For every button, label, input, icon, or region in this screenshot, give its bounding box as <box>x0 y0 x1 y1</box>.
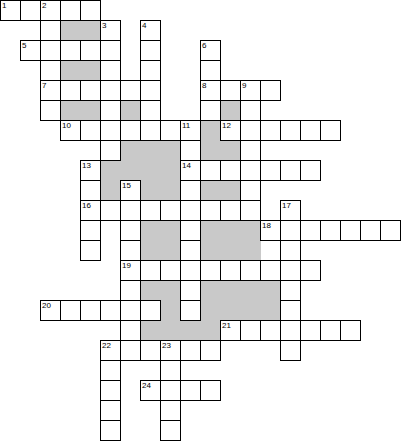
grid-cell[interactable] <box>120 280 141 301</box>
grid-cell[interactable] <box>360 220 381 241</box>
clue-number: 11 <box>182 121 190 130</box>
shaded-cell <box>140 180 161 201</box>
grid-cell[interactable] <box>100 200 121 221</box>
shaded-cell <box>180 320 201 341</box>
clue-number: 1 <box>2 1 6 10</box>
grid-cell[interactable]: 16 <box>80 200 101 221</box>
grid-cell[interactable] <box>80 220 101 241</box>
grid-cell[interactable] <box>120 120 141 141</box>
grid-cell[interactable] <box>80 120 101 141</box>
grid-cell[interactable]: 2 <box>40 0 61 21</box>
shaded-cell <box>200 300 221 321</box>
clue-number: 21 <box>222 321 231 330</box>
shaded-cell <box>200 240 221 261</box>
grid-cell[interactable] <box>140 40 161 61</box>
grid-cell[interactable] <box>100 40 121 61</box>
grid-cell[interactable]: 18 <box>260 220 281 241</box>
shaded-cell <box>160 220 181 241</box>
shaded-cell <box>200 180 221 201</box>
grid-cell[interactable] <box>320 320 341 341</box>
grid-cell[interactable] <box>280 320 301 341</box>
grid-cell[interactable] <box>180 180 201 201</box>
grid-cell[interactable] <box>160 400 181 421</box>
grid-cell[interactable] <box>140 120 161 141</box>
grid-cell[interactable]: 12 <box>220 120 241 141</box>
shaded-cell <box>140 280 161 301</box>
grid-cell[interactable] <box>60 0 81 21</box>
grid-cell[interactable] <box>40 100 61 121</box>
grid-cell[interactable] <box>200 380 221 401</box>
grid-cell[interactable] <box>280 260 301 281</box>
shaded-cell <box>220 220 241 241</box>
grid-cell[interactable] <box>160 380 181 401</box>
shaded-cell <box>200 140 221 161</box>
grid-cell[interactable] <box>80 180 101 201</box>
clue-number: 13 <box>82 161 91 170</box>
grid-cell[interactable] <box>220 80 241 101</box>
clue-number: 18 <box>262 221 271 230</box>
shaded-cell <box>80 60 101 81</box>
clue-number: 20 <box>42 301 51 310</box>
clue-number: 14 <box>182 161 191 170</box>
grid-cell[interactable] <box>240 180 261 201</box>
clue-number: 9 <box>242 81 246 90</box>
grid-cell[interactable] <box>100 380 121 401</box>
grid-cell[interactable]: 15 <box>120 180 141 201</box>
grid-cell[interactable] <box>140 300 161 321</box>
shaded-cell <box>60 100 81 121</box>
grid-cell[interactable]: 8 <box>200 80 221 101</box>
grid-cell[interactable] <box>280 120 301 141</box>
grid-cell[interactable]: 17 <box>280 200 301 221</box>
grid-cell[interactable] <box>180 220 201 241</box>
grid-cell[interactable] <box>140 60 161 81</box>
shaded-cell <box>220 180 241 201</box>
grid-cell[interactable] <box>300 320 321 341</box>
shaded-cell <box>140 160 161 181</box>
shaded-cell <box>220 140 241 161</box>
grid-cell[interactable] <box>120 80 141 101</box>
grid-cell[interactable] <box>140 260 161 281</box>
grid-cell[interactable] <box>60 80 81 101</box>
grid-cell[interactable] <box>220 200 241 221</box>
grid-cell[interactable] <box>280 160 301 181</box>
grid-cell[interactable] <box>240 260 261 281</box>
grid-cell[interactable] <box>180 200 201 221</box>
grid-cell[interactable] <box>40 40 61 61</box>
grid-cell[interactable]: 24 <box>140 380 161 401</box>
shaded-cell <box>200 220 221 241</box>
shaded-cell <box>140 320 161 341</box>
shaded-cell <box>160 140 181 161</box>
grid-cell[interactable]: 22 <box>100 340 121 361</box>
grid-cell[interactable] <box>160 420 181 441</box>
grid-cell[interactable]: 10 <box>60 120 81 141</box>
grid-cell[interactable] <box>140 80 161 101</box>
grid-cell[interactable] <box>160 200 181 221</box>
grid-cell[interactable] <box>40 20 61 41</box>
grid-cell[interactable] <box>120 320 141 341</box>
grid-cell[interactable] <box>340 320 361 341</box>
grid-cell[interactable] <box>80 40 101 61</box>
shaded-cell <box>60 60 81 81</box>
grid-cell[interactable] <box>160 360 181 381</box>
clue-number: 22 <box>102 341 111 350</box>
grid-cell[interactable] <box>140 340 161 361</box>
grid-cell[interactable] <box>300 220 321 241</box>
grid-cell[interactable] <box>260 120 281 141</box>
grid-cell[interactable] <box>220 260 241 281</box>
shaded-cell <box>140 140 161 161</box>
grid-cell[interactable]: 6 <box>200 40 221 61</box>
grid-cell[interactable] <box>120 220 141 241</box>
grid-cell[interactable] <box>100 420 121 441</box>
shaded-cell <box>120 140 141 161</box>
shaded-cell <box>240 220 261 241</box>
grid-cell[interactable] <box>180 280 201 301</box>
shaded-cell <box>220 300 241 321</box>
grid-cell[interactable] <box>300 160 321 181</box>
grid-cell[interactable] <box>160 260 181 281</box>
grid-cell[interactable] <box>100 360 121 381</box>
grid-cell[interactable] <box>260 320 281 341</box>
shaded-cell <box>100 180 121 201</box>
grid-cell[interactable] <box>120 300 141 321</box>
shaded-cell <box>240 300 261 321</box>
shaded-cell <box>220 240 241 261</box>
grid-cell[interactable] <box>200 260 221 281</box>
clue-number: 15 <box>122 181 131 190</box>
grid-cell[interactable] <box>220 160 241 181</box>
grid-cell[interactable] <box>60 40 81 61</box>
grid-cell[interactable] <box>280 280 301 301</box>
grid-cell[interactable]: 3 <box>100 20 121 41</box>
grid-cell[interactable]: 7 <box>40 80 61 101</box>
grid-cell[interactable]: 9 <box>240 80 261 101</box>
shaded-cell <box>240 240 261 261</box>
grid-cell[interactable] <box>300 260 321 281</box>
grid-cell[interactable]: 11 <box>180 120 201 141</box>
grid-cell[interactable] <box>100 140 121 161</box>
shaded-cell <box>80 20 101 41</box>
grid-cell[interactable]: 14 <box>180 160 201 181</box>
grid-cell[interactable] <box>140 100 161 121</box>
grid-cell[interactable] <box>380 220 401 241</box>
shaded-cell <box>220 280 241 301</box>
grid-cell[interactable] <box>20 0 41 21</box>
shaded-cell <box>80 100 101 121</box>
shaded-cell <box>200 120 221 141</box>
grid-cell[interactable] <box>120 340 141 361</box>
grid-cell[interactable] <box>200 100 221 121</box>
shaded-cell <box>240 280 261 301</box>
grid-cell[interactable] <box>240 120 261 141</box>
grid-cell[interactable] <box>200 340 221 361</box>
shaded-cell <box>260 300 281 321</box>
grid-cell[interactable]: 13 <box>80 160 101 181</box>
grid-cell[interactable] <box>100 300 121 321</box>
grid-cell[interactable] <box>180 240 201 261</box>
shaded-cell <box>200 280 221 301</box>
grid-cell[interactable] <box>200 200 221 221</box>
grid-cell[interactable]: 19 <box>120 260 141 281</box>
shaded-cell <box>60 20 81 41</box>
grid-cell[interactable] <box>40 60 61 81</box>
clue-number: 2 <box>42 1 46 10</box>
grid-cell[interactable] <box>280 300 301 321</box>
grid-cell[interactable] <box>80 300 101 321</box>
grid-cell[interactable]: 1 <box>0 0 21 21</box>
grid-cell[interactable] <box>100 60 121 81</box>
grid-cell[interactable] <box>120 200 141 221</box>
clue-number: 24 <box>142 381 151 390</box>
shaded-cell <box>160 180 181 201</box>
clue-number: 23 <box>162 341 171 350</box>
grid-cell[interactable] <box>240 200 261 221</box>
grid-cell[interactable] <box>200 60 221 81</box>
grid-cell[interactable] <box>240 160 261 181</box>
shaded-cell <box>160 280 181 301</box>
grid-cell[interactable] <box>80 80 101 101</box>
grid-cell[interactable] <box>100 100 121 121</box>
grid-cell[interactable] <box>200 160 221 181</box>
grid-cell[interactable] <box>100 120 121 141</box>
grid-cell[interactable] <box>120 240 141 261</box>
grid-cell[interactable] <box>180 380 201 401</box>
clue-number: 16 <box>82 201 91 210</box>
shaded-cell <box>200 320 221 341</box>
grid-cell[interactable] <box>240 100 261 121</box>
clue-number: 4 <box>142 21 146 30</box>
shaded-cell <box>160 240 181 261</box>
clue-number: 8 <box>202 81 206 90</box>
clue-number: 19 <box>122 261 131 270</box>
shaded-cell <box>260 280 281 301</box>
clue-number: 6 <box>202 41 206 50</box>
grid-cell[interactable] <box>100 80 121 101</box>
grid-cell[interactable] <box>60 300 81 321</box>
crossword-page: 123456789101112131415161718192021222324 <box>0 0 401 441</box>
shaded-cell <box>220 100 241 121</box>
shaded-cell <box>120 160 141 181</box>
shaded-cell <box>160 300 181 321</box>
grid-cell[interactable] <box>300 120 321 141</box>
grid-cell[interactable] <box>340 220 361 241</box>
clue-number: 5 <box>22 41 26 50</box>
grid-cell[interactable] <box>180 140 201 161</box>
clue-number: 3 <box>102 21 106 30</box>
shaded-cell <box>120 100 141 121</box>
grid-cell[interactable] <box>320 120 341 141</box>
clue-number: 17 <box>282 201 291 210</box>
grid-cell[interactable] <box>280 340 301 361</box>
grid-cell[interactable] <box>320 220 341 241</box>
grid-cell[interactable]: 4 <box>140 20 161 41</box>
shaded-cell <box>160 320 181 341</box>
grid-cell[interactable]: 5 <box>20 40 41 61</box>
grid-cell[interactable] <box>180 260 201 281</box>
grid-cell[interactable] <box>260 80 281 101</box>
clue-number: 10 <box>62 121 71 130</box>
grid-cell[interactable] <box>240 140 261 161</box>
grid-cell[interactable] <box>80 0 101 21</box>
grid-cell[interactable] <box>180 300 201 321</box>
clue-number: 7 <box>42 81 46 90</box>
crossword-board: 123456789101112131415161718192021222324 <box>0 0 401 441</box>
shaded-cell <box>140 220 161 241</box>
shaded-cell <box>140 240 161 261</box>
grid-cell[interactable] <box>100 400 121 421</box>
grid-cell[interactable]: 23 <box>160 340 181 361</box>
grid-cell[interactable] <box>160 120 181 141</box>
shaded-cell <box>100 160 121 181</box>
grid-cell[interactable] <box>280 220 301 241</box>
shaded-cell <box>160 160 181 181</box>
grid-cell[interactable] <box>260 260 281 281</box>
grid-cell[interactable] <box>280 240 301 261</box>
grid-cell[interactable]: 21 <box>220 320 241 341</box>
grid-cell[interactable] <box>240 320 261 341</box>
grid-cell[interactable] <box>260 160 281 181</box>
grid-cell[interactable]: 20 <box>40 300 61 321</box>
grid-cell[interactable] <box>180 340 201 361</box>
clue-number: 12 <box>222 121 231 130</box>
grid-cell[interactable] <box>140 200 161 221</box>
grid-cell[interactable] <box>80 240 101 261</box>
